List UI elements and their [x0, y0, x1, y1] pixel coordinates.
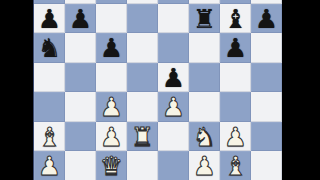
square-g5 — [220, 63, 251, 93]
white-pawn-c4: ♟ — [96, 92, 127, 122]
square-d7 — [127, 4, 158, 34]
square-e7 — [158, 4, 189, 34]
square-e2 — [158, 151, 189, 180]
square-h5 — [251, 63, 282, 93]
square-e6 — [158, 33, 189, 63]
square-c4: ♟ — [96, 92, 127, 122]
white-bishop-g2: ♝ — [220, 151, 251, 180]
white-bishop-a3: ♝ — [34, 122, 65, 152]
square-c2: ♛ — [96, 151, 127, 180]
square-a4 — [34, 92, 65, 122]
white-pawn-e4: ♟ — [158, 92, 189, 122]
square-h2 — [251, 151, 282, 180]
square-e5: ♟ — [158, 63, 189, 93]
letterbox-right — [282, 0, 320, 180]
white-queen-c2: ♛ — [96, 151, 127, 180]
square-h4 — [251, 92, 282, 122]
black-knight-a6: ♞ — [34, 33, 65, 63]
black-pawn-e5: ♟ — [158, 63, 189, 93]
square-h6 — [251, 33, 282, 63]
square-g7: ♝ — [220, 4, 251, 34]
square-b4 — [65, 92, 96, 122]
square-f5 — [189, 63, 220, 93]
square-b7: ♟ — [65, 4, 96, 34]
white-rook-d3: ♜ — [127, 122, 158, 152]
square-a5 — [34, 63, 65, 93]
white-pawn-f2: ♟ — [189, 151, 220, 180]
square-f2: ♟ — [189, 151, 220, 180]
square-g3: ♟ — [220, 122, 251, 152]
square-c6: ♟ — [96, 33, 127, 63]
black-pawn-c6: ♟ — [96, 33, 127, 63]
square-c5 — [96, 63, 127, 93]
square-b3 — [65, 122, 96, 152]
square-f7: ♜ — [189, 4, 220, 34]
white-pawn-a2: ♟ — [34, 151, 65, 180]
square-f4 — [189, 92, 220, 122]
square-e3 — [158, 122, 189, 152]
square-d2 — [127, 151, 158, 180]
black-pawn-b7: ♟ — [65, 4, 96, 34]
square-h7: ♟ — [251, 4, 282, 34]
square-g6: ♟ — [220, 33, 251, 63]
letterbox-left — [0, 0, 33, 180]
white-pawn-g3: ♟ — [220, 122, 251, 152]
black-pawn-g6: ♟ — [220, 33, 251, 63]
square-g4 — [220, 92, 251, 122]
square-a3: ♝ — [34, 122, 65, 152]
square-f6 — [189, 33, 220, 63]
square-d3: ♜ — [127, 122, 158, 152]
chess-diagram-frame: ♜♝♛♚♟♟♜♝♟♞♟♟♟♟♟♝♟♜♞♟♟♛♟♝♜♚ — [0, 0, 320, 180]
chess-board: ♜♝♛♚♟♟♜♝♟♞♟♟♟♟♟♝♟♜♞♟♟♛♟♝♜♚ — [33, 0, 283, 180]
square-d4 — [127, 92, 158, 122]
square-b6 — [65, 33, 96, 63]
black-rook-f7: ♜ — [189, 4, 220, 34]
square-d6 — [127, 33, 158, 63]
square-e4: ♟ — [158, 92, 189, 122]
white-knight-f3: ♞ — [189, 122, 220, 152]
square-a6: ♞ — [34, 33, 65, 63]
square-a2: ♟ — [34, 151, 65, 180]
square-c3: ♟ — [96, 122, 127, 152]
square-c7 — [96, 4, 127, 34]
square-a7: ♟ — [34, 4, 65, 34]
square-d5 — [127, 63, 158, 93]
square-b5 — [65, 63, 96, 93]
square-b2 — [65, 151, 96, 180]
black-pawn-a7: ♟ — [34, 4, 65, 34]
black-pawn-h7: ♟ — [251, 4, 282, 34]
square-h3 — [251, 122, 282, 152]
square-g2: ♝ — [220, 151, 251, 180]
square-f3: ♞ — [189, 122, 220, 152]
black-bishop-g7: ♝ — [220, 4, 251, 34]
white-pawn-c3: ♟ — [96, 122, 127, 152]
